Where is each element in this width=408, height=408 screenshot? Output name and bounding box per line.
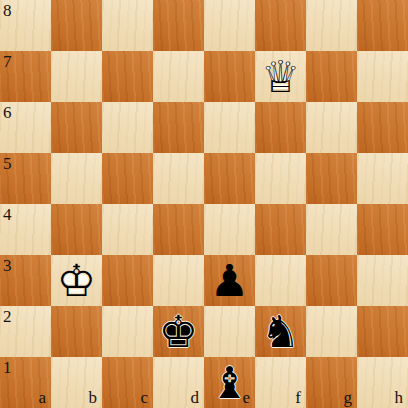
square-e3[interactable]: ♟ (204, 255, 255, 306)
rank-label-1: 1 (3, 359, 12, 376)
square-d2[interactable]: ♚ (153, 306, 204, 357)
square-c8[interactable] (102, 0, 153, 51)
square-h7[interactable] (357, 51, 408, 102)
square-e5[interactable] (204, 153, 255, 204)
piece-glyph: ♔ (51, 255, 102, 306)
rank-label-7: 7 (3, 53, 12, 70)
square-f1[interactable]: f (255, 357, 306, 408)
piece-glyph: ♞ (255, 306, 306, 357)
square-g2[interactable] (306, 306, 357, 357)
square-h6[interactable] (357, 102, 408, 153)
black-pawn-icon: ♟ (204, 255, 255, 306)
piece-glyph: ♝ (204, 357, 255, 408)
rank-label-5: 5 (3, 155, 12, 172)
square-d6[interactable] (153, 102, 204, 153)
square-e7[interactable] (204, 51, 255, 102)
piece-glyph: ♟ (204, 255, 255, 306)
square-g3[interactable] (306, 255, 357, 306)
square-d1[interactable]: d (153, 357, 204, 408)
piece-glyph: ♕ (255, 51, 306, 102)
square-a3[interactable]: 3 (0, 255, 51, 306)
chess-diagram: 87♛♕6543♚♔♟2♚♞1abcde♝fgh (0, 0, 408, 408)
square-d8[interactable] (153, 0, 204, 51)
file-label-b: b (89, 389, 98, 406)
square-g4[interactable] (306, 204, 357, 255)
square-f7[interactable]: ♛♕ (255, 51, 306, 102)
square-h5[interactable] (357, 153, 408, 204)
square-a1[interactable]: 1a (0, 357, 51, 408)
black-king-icon: ♚ (153, 306, 204, 357)
square-c2[interactable] (102, 306, 153, 357)
square-g7[interactable] (306, 51, 357, 102)
white-king-icon: ♚♔ (51, 255, 102, 306)
rank-label-4: 4 (3, 206, 12, 223)
square-c5[interactable] (102, 153, 153, 204)
square-e6[interactable] (204, 102, 255, 153)
rank-label-8: 8 (3, 2, 12, 19)
rank-label-6: 6 (3, 104, 12, 121)
piece-fill: ♛ (255, 51, 306, 102)
square-e2[interactable] (204, 306, 255, 357)
square-b2[interactable] (51, 306, 102, 357)
square-b4[interactable] (51, 204, 102, 255)
square-f6[interactable] (255, 102, 306, 153)
square-g5[interactable] (306, 153, 357, 204)
square-h2[interactable] (357, 306, 408, 357)
file-label-g: g (344, 389, 353, 406)
square-c4[interactable] (102, 204, 153, 255)
square-b3[interactable]: ♚♔ (51, 255, 102, 306)
square-a8[interactable]: 8 (0, 0, 51, 51)
square-h4[interactable] (357, 204, 408, 255)
file-label-c: c (140, 389, 148, 406)
square-c1[interactable]: c (102, 357, 153, 408)
square-f4[interactable] (255, 204, 306, 255)
square-b1[interactable]: b (51, 357, 102, 408)
square-f2[interactable]: ♞ (255, 306, 306, 357)
square-d4[interactable] (153, 204, 204, 255)
square-c6[interactable] (102, 102, 153, 153)
square-d5[interactable] (153, 153, 204, 204)
square-b7[interactable] (51, 51, 102, 102)
square-a7[interactable]: 7 (0, 51, 51, 102)
file-label-f: f (295, 389, 301, 406)
square-d7[interactable] (153, 51, 204, 102)
square-h1[interactable]: h (357, 357, 408, 408)
file-label-d: d (191, 389, 200, 406)
file-label-e: e (242, 389, 250, 406)
rank-label-2: 2 (3, 308, 12, 325)
piece-fill: ♚ (51, 255, 102, 306)
square-b8[interactable] (51, 0, 102, 51)
chess-board: 87♛♕6543♚♔♟2♚♞1abcde♝fgh (0, 0, 408, 408)
square-a5[interactable]: 5 (0, 153, 51, 204)
square-f8[interactable] (255, 0, 306, 51)
square-a4[interactable]: 4 (0, 204, 51, 255)
square-f3[interactable] (255, 255, 306, 306)
square-e1[interactable]: e♝ (204, 357, 255, 408)
square-g8[interactable] (306, 0, 357, 51)
rank-label-3: 3 (3, 257, 12, 274)
white-queen-icon: ♛♕ (255, 51, 306, 102)
square-h8[interactable] (357, 0, 408, 51)
square-e8[interactable] (204, 0, 255, 51)
black-knight-icon: ♞ (255, 306, 306, 357)
square-a6[interactable]: 6 (0, 102, 51, 153)
square-b5[interactable] (51, 153, 102, 204)
file-label-h: h (395, 389, 404, 406)
piece-glyph: ♚ (153, 306, 204, 357)
square-h3[interactable] (357, 255, 408, 306)
square-e4[interactable] (204, 204, 255, 255)
square-g1[interactable]: g (306, 357, 357, 408)
square-f5[interactable] (255, 153, 306, 204)
square-b6[interactable] (51, 102, 102, 153)
square-a2[interactable]: 2 (0, 306, 51, 357)
square-c7[interactable] (102, 51, 153, 102)
file-label-a: a (38, 389, 46, 406)
square-g6[interactable] (306, 102, 357, 153)
black-bishop-icon: ♝ (204, 357, 255, 408)
square-d3[interactable] (153, 255, 204, 306)
square-c3[interactable] (102, 255, 153, 306)
